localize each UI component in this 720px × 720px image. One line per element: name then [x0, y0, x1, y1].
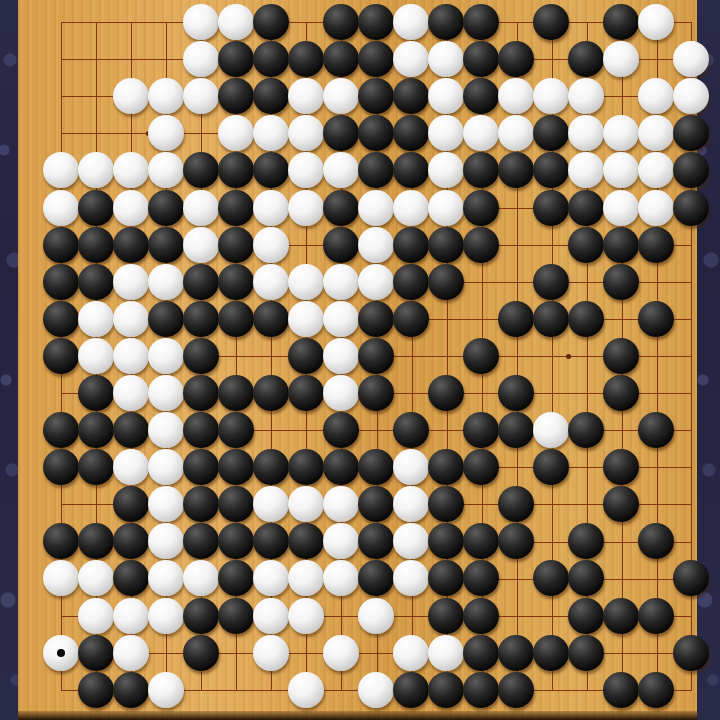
intersection[interactable] [114, 337, 149, 374]
intersection[interactable] [394, 597, 429, 634]
intersection[interactable] [184, 152, 219, 189]
intersection[interactable] [219, 374, 254, 411]
intersection[interactable] [464, 560, 499, 597]
intersection[interactable] [219, 671, 254, 708]
intersection[interactable] [674, 337, 709, 374]
intersection[interactable] [394, 300, 429, 337]
intersection[interactable] [184, 78, 219, 115]
intersection[interactable] [534, 226, 569, 263]
intersection[interactable] [429, 412, 464, 449]
intersection[interactable] [184, 226, 219, 263]
intersection[interactable] [184, 412, 219, 449]
intersection[interactable] [499, 374, 534, 411]
intersection[interactable] [289, 597, 324, 634]
intersection[interactable] [289, 300, 324, 337]
intersection[interactable] [114, 486, 149, 523]
intersection[interactable] [184, 486, 219, 523]
intersection[interactable] [604, 486, 639, 523]
intersection[interactable] [289, 263, 324, 300]
intersection[interactable] [394, 152, 429, 189]
intersection[interactable] [534, 115, 569, 152]
intersection[interactable] [254, 115, 289, 152]
intersection[interactable] [79, 41, 114, 78]
intersection[interactable] [289, 78, 324, 115]
intersection[interactable] [79, 486, 114, 523]
intersection[interactable] [394, 634, 429, 671]
intersection[interactable] [219, 115, 254, 152]
intersection[interactable] [639, 41, 674, 78]
intersection[interactable] [44, 449, 79, 486]
intersection[interactable] [254, 4, 289, 41]
intersection[interactable] [114, 189, 149, 226]
intersection[interactable] [184, 560, 219, 597]
intersection[interactable] [429, 300, 464, 337]
intersection[interactable] [604, 671, 639, 708]
intersection[interactable] [44, 671, 79, 708]
intersection[interactable] [639, 671, 674, 708]
intersection[interactable] [429, 337, 464, 374]
intersection[interactable] [149, 263, 184, 300]
intersection[interactable] [499, 449, 534, 486]
intersection[interactable] [114, 41, 149, 78]
intersection[interactable] [499, 78, 534, 115]
intersection[interactable] [184, 597, 219, 634]
intersection[interactable] [289, 152, 324, 189]
intersection[interactable] [604, 337, 639, 374]
intersection[interactable] [184, 374, 219, 411]
intersection[interactable] [429, 263, 464, 300]
intersection[interactable] [464, 374, 499, 411]
intersection[interactable] [219, 4, 254, 41]
intersection[interactable] [604, 226, 639, 263]
intersection[interactable] [394, 189, 429, 226]
intersection[interactable] [324, 597, 359, 634]
intersection[interactable] [44, 486, 79, 523]
intersection[interactable] [674, 152, 709, 189]
intersection[interactable] [289, 560, 324, 597]
intersection[interactable] [359, 412, 394, 449]
intersection[interactable] [394, 78, 429, 115]
intersection[interactable] [324, 300, 359, 337]
intersection[interactable] [184, 4, 219, 41]
intersection[interactable] [569, 597, 604, 634]
intersection[interactable] [359, 523, 394, 560]
intersection[interactable] [639, 449, 674, 486]
intersection[interactable] [604, 412, 639, 449]
intersection[interactable] [534, 152, 569, 189]
intersection[interactable] [359, 152, 394, 189]
intersection[interactable] [464, 671, 499, 708]
intersection[interactable] [324, 263, 359, 300]
intersection[interactable] [394, 226, 429, 263]
intersection[interactable] [359, 337, 394, 374]
intersection[interactable] [499, 337, 534, 374]
intersection[interactable] [674, 226, 709, 263]
intersection[interactable] [464, 152, 499, 189]
intersection[interactable] [499, 300, 534, 337]
intersection[interactable] [674, 523, 709, 560]
intersection[interactable] [604, 78, 639, 115]
intersection[interactable] [674, 189, 709, 226]
intersection[interactable] [254, 300, 289, 337]
intersection[interactable] [429, 374, 464, 411]
intersection[interactable] [219, 337, 254, 374]
intersection[interactable] [324, 671, 359, 708]
intersection[interactable] [569, 374, 604, 411]
intersection[interactable] [79, 189, 114, 226]
intersection[interactable] [464, 337, 499, 374]
intersection[interactable] [44, 189, 79, 226]
intersection[interactable] [499, 486, 534, 523]
intersection[interactable] [114, 523, 149, 560]
intersection[interactable] [79, 337, 114, 374]
intersection[interactable] [359, 560, 394, 597]
intersection[interactable] [534, 560, 569, 597]
intersection[interactable] [569, 263, 604, 300]
intersection[interactable] [254, 337, 289, 374]
intersection[interactable] [674, 41, 709, 78]
intersection[interactable] [569, 671, 604, 708]
intersection[interactable] [184, 337, 219, 374]
intersection[interactable] [639, 78, 674, 115]
intersection[interactable] [464, 189, 499, 226]
intersection[interactable] [44, 337, 79, 374]
intersection[interactable] [359, 226, 394, 263]
intersection[interactable] [324, 523, 359, 560]
intersection[interactable] [499, 152, 534, 189]
intersection[interactable] [569, 189, 604, 226]
intersection[interactable] [289, 412, 324, 449]
intersection[interactable] [44, 115, 79, 152]
intersection[interactable] [254, 41, 289, 78]
intersection[interactable] [569, 337, 604, 374]
intersection[interactable] [149, 78, 184, 115]
intersection[interactable] [604, 597, 639, 634]
intersection[interactable] [114, 412, 149, 449]
intersection[interactable] [44, 78, 79, 115]
intersection[interactable] [359, 597, 394, 634]
intersection[interactable] [79, 671, 114, 708]
intersection[interactable] [79, 263, 114, 300]
intersection[interactable] [464, 263, 499, 300]
intersection[interactable] [149, 226, 184, 263]
intersection[interactable] [79, 449, 114, 486]
intersection[interactable] [149, 597, 184, 634]
intersection[interactable] [394, 412, 429, 449]
intersection[interactable] [499, 115, 534, 152]
intersection[interactable] [604, 263, 639, 300]
intersection[interactable] [289, 115, 324, 152]
intersection[interactable] [429, 449, 464, 486]
intersection[interactable] [219, 486, 254, 523]
intersection[interactable] [569, 412, 604, 449]
intersection[interactable] [534, 263, 569, 300]
intersection[interactable] [429, 634, 464, 671]
intersection[interactable] [499, 560, 534, 597]
intersection[interactable] [674, 634, 709, 671]
intersection[interactable] [79, 634, 114, 671]
intersection[interactable] [499, 671, 534, 708]
intersection[interactable] [254, 152, 289, 189]
intersection[interactable] [534, 486, 569, 523]
intersection[interactable] [359, 486, 394, 523]
intersection[interactable] [219, 300, 254, 337]
intersection[interactable] [289, 337, 324, 374]
intersection[interactable] [464, 115, 499, 152]
intersection[interactable] [569, 226, 604, 263]
intersection[interactable] [569, 486, 604, 523]
intersection[interactable] [44, 523, 79, 560]
intersection[interactable] [394, 560, 429, 597]
intersection[interactable] [149, 4, 184, 41]
intersection[interactable] [394, 4, 429, 41]
intersection[interactable] [394, 115, 429, 152]
intersection[interactable] [149, 634, 184, 671]
intersection[interactable] [149, 115, 184, 152]
intersection[interactable] [184, 634, 219, 671]
intersection[interactable] [499, 41, 534, 78]
intersection[interactable] [254, 78, 289, 115]
intersection[interactable] [44, 4, 79, 41]
intersection[interactable] [114, 597, 149, 634]
intersection[interactable] [674, 560, 709, 597]
intersection[interactable] [359, 634, 394, 671]
intersection[interactable] [149, 300, 184, 337]
intersection[interactable] [254, 374, 289, 411]
intersection[interactable] [149, 412, 184, 449]
intersection[interactable] [114, 4, 149, 41]
intersection[interactable] [534, 4, 569, 41]
intersection[interactable] [254, 412, 289, 449]
intersection[interactable] [639, 263, 674, 300]
intersection[interactable] [394, 41, 429, 78]
intersection[interactable] [289, 374, 324, 411]
intersection[interactable] [429, 226, 464, 263]
intersection[interactable] [324, 449, 359, 486]
intersection[interactable] [464, 597, 499, 634]
intersection[interactable] [534, 634, 569, 671]
intersection[interactable] [79, 115, 114, 152]
intersection[interactable] [499, 226, 534, 263]
intersection[interactable] [674, 115, 709, 152]
intersection[interactable] [44, 263, 79, 300]
intersection[interactable] [604, 560, 639, 597]
intersection[interactable] [429, 152, 464, 189]
intersection[interactable] [324, 486, 359, 523]
intersection[interactable] [324, 41, 359, 78]
intersection[interactable] [289, 486, 324, 523]
intersection[interactable] [674, 374, 709, 411]
intersection[interactable] [499, 189, 534, 226]
intersection[interactable] [324, 115, 359, 152]
intersection[interactable] [184, 449, 219, 486]
intersection[interactable] [79, 4, 114, 41]
intersection[interactable] [604, 449, 639, 486]
intersection[interactable] [219, 263, 254, 300]
intersection[interactable] [79, 78, 114, 115]
intersection[interactable] [79, 560, 114, 597]
intersection[interactable] [219, 189, 254, 226]
intersection[interactable] [219, 152, 254, 189]
intersection[interactable] [569, 4, 604, 41]
intersection[interactable] [219, 412, 254, 449]
intersection[interactable] [604, 300, 639, 337]
intersection[interactable] [534, 337, 569, 374]
intersection[interactable] [359, 78, 394, 115]
intersection[interactable] [114, 374, 149, 411]
intersection[interactable] [359, 374, 394, 411]
intersection[interactable] [44, 412, 79, 449]
intersection[interactable] [429, 41, 464, 78]
intersection[interactable] [394, 374, 429, 411]
intersection[interactable] [604, 634, 639, 671]
intersection[interactable] [464, 78, 499, 115]
intersection[interactable] [114, 115, 149, 152]
intersection[interactable] [254, 449, 289, 486]
intersection[interactable] [254, 189, 289, 226]
intersection[interactable] [184, 523, 219, 560]
intersection[interactable] [394, 486, 429, 523]
intersection[interactable] [394, 449, 429, 486]
intersection[interactable] [184, 189, 219, 226]
intersection[interactable] [674, 412, 709, 449]
intersection[interactable] [44, 374, 79, 411]
intersection[interactable] [114, 449, 149, 486]
intersection[interactable] [394, 671, 429, 708]
intersection[interactable] [184, 671, 219, 708]
intersection[interactable] [674, 300, 709, 337]
intersection[interactable] [114, 671, 149, 708]
intersection[interactable] [219, 634, 254, 671]
intersection[interactable] [464, 4, 499, 41]
intersection[interactable] [534, 412, 569, 449]
intersection[interactable] [114, 78, 149, 115]
intersection[interactable] [639, 374, 674, 411]
intersection[interactable] [114, 634, 149, 671]
intersection[interactable] [324, 4, 359, 41]
intersection[interactable] [674, 671, 709, 708]
intersection[interactable] [254, 523, 289, 560]
intersection[interactable] [429, 4, 464, 41]
intersection[interactable] [429, 560, 464, 597]
intersection[interactable] [639, 337, 674, 374]
intersection[interactable] [569, 449, 604, 486]
intersection[interactable] [254, 671, 289, 708]
intersection[interactable] [79, 152, 114, 189]
intersection[interactable] [674, 263, 709, 300]
intersection[interactable] [534, 41, 569, 78]
intersection[interactable] [289, 634, 324, 671]
intersection[interactable] [324, 634, 359, 671]
intersection[interactable] [499, 4, 534, 41]
intersection[interactable] [604, 523, 639, 560]
intersection[interactable] [499, 597, 534, 634]
intersection[interactable] [639, 634, 674, 671]
intersection[interactable] [534, 523, 569, 560]
intersection[interactable] [359, 4, 394, 41]
intersection[interactable] [289, 523, 324, 560]
intersection[interactable] [499, 523, 534, 560]
intersection[interactable] [149, 152, 184, 189]
intersection[interactable] [534, 78, 569, 115]
intersection[interactable] [324, 189, 359, 226]
intersection[interactable] [289, 449, 324, 486]
intersection[interactable] [429, 486, 464, 523]
intersection[interactable] [359, 263, 394, 300]
intersection[interactable] [149, 337, 184, 374]
intersection[interactable] [534, 189, 569, 226]
intersection[interactable] [639, 486, 674, 523]
intersection[interactable] [569, 115, 604, 152]
intersection[interactable] [534, 374, 569, 411]
intersection[interactable] [639, 523, 674, 560]
intersection[interactable] [254, 226, 289, 263]
intersection[interactable] [219, 226, 254, 263]
intersection[interactable] [674, 78, 709, 115]
intersection[interactable] [569, 78, 604, 115]
intersection[interactable] [534, 300, 569, 337]
intersection[interactable] [114, 263, 149, 300]
intersection[interactable] [184, 41, 219, 78]
intersection[interactable] [464, 226, 499, 263]
intersection[interactable] [149, 560, 184, 597]
intersection[interactable] [604, 374, 639, 411]
intersection[interactable] [79, 597, 114, 634]
intersection[interactable] [219, 560, 254, 597]
intersection[interactable] [149, 374, 184, 411]
intersection[interactable] [149, 41, 184, 78]
intersection[interactable] [464, 634, 499, 671]
intersection[interactable] [569, 300, 604, 337]
intersection[interactable] [324, 152, 359, 189]
intersection[interactable] [114, 300, 149, 337]
intersection[interactable] [464, 486, 499, 523]
intersection[interactable] [429, 597, 464, 634]
intersection[interactable] [604, 189, 639, 226]
intersection[interactable] [289, 4, 324, 41]
intersection[interactable] [324, 78, 359, 115]
intersection[interactable] [569, 152, 604, 189]
intersection[interactable] [149, 523, 184, 560]
intersection[interactable] [569, 41, 604, 78]
intersection[interactable] [219, 523, 254, 560]
intersection[interactable] [674, 597, 709, 634]
intersection[interactable] [639, 226, 674, 263]
intersection[interactable] [79, 412, 114, 449]
intersection[interactable] [639, 115, 674, 152]
intersection[interactable] [394, 263, 429, 300]
intersection[interactable] [639, 560, 674, 597]
intersection[interactable] [429, 115, 464, 152]
intersection[interactable] [604, 152, 639, 189]
intersection[interactable] [639, 597, 674, 634]
intersection[interactable] [44, 152, 79, 189]
intersection[interactable] [219, 78, 254, 115]
intersection[interactable] [149, 189, 184, 226]
intersection[interactable] [114, 226, 149, 263]
intersection[interactable] [429, 523, 464, 560]
intersection[interactable] [674, 486, 709, 523]
intersection[interactable] [219, 597, 254, 634]
intersection[interactable] [464, 523, 499, 560]
intersection[interactable] [604, 4, 639, 41]
intersection[interactable] [534, 449, 569, 486]
intersection[interactable] [149, 671, 184, 708]
intersection[interactable] [639, 412, 674, 449]
intersection[interactable] [254, 263, 289, 300]
intersection[interactable] [289, 41, 324, 78]
intersection[interactable] [639, 152, 674, 189]
